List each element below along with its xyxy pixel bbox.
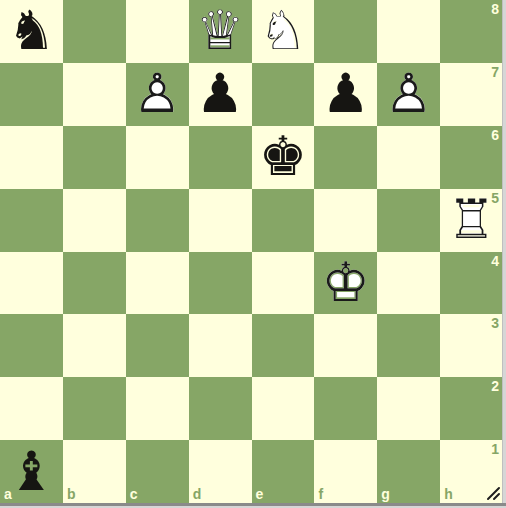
square-e6[interactable]: ♚ [252, 126, 315, 189]
square-e3[interactable] [252, 314, 315, 377]
square-b7[interactable] [63, 63, 126, 126]
square-e5[interactable] [252, 189, 315, 252]
square-g6[interactable] [377, 126, 440, 189]
square-d5[interactable] [189, 189, 252, 252]
square-e7[interactable] [252, 63, 315, 126]
square-f4[interactable]: ♚♔ [314, 252, 377, 315]
rank-label-7: 7 [491, 65, 499, 79]
square-d2[interactable] [189, 377, 252, 440]
black-king[interactable]: ♚ [252, 126, 315, 189]
file-label-g: g [381, 487, 390, 501]
square-c6[interactable] [126, 126, 189, 189]
black-bishop-glyph: ♝ [0, 440, 63, 503]
square-f8[interactable] [314, 0, 377, 63]
square-a6[interactable] [0, 126, 63, 189]
rank-label-8: 8 [491, 2, 499, 16]
square-g8[interactable] [377, 0, 440, 63]
square-d7[interactable]: ♟ [189, 63, 252, 126]
square-h1[interactable]: 1h [440, 440, 503, 503]
square-b4[interactable] [63, 252, 126, 315]
square-c3[interactable] [126, 314, 189, 377]
black-king-glyph: ♚ [252, 126, 315, 189]
white-knight-outline: ♘ [252, 0, 315, 63]
board-bottom-shadow [0, 503, 506, 508]
square-e4[interactable] [252, 252, 315, 315]
rank-label-3: 3 [491, 316, 499, 330]
white-pawn-outline: ♙ [377, 63, 440, 126]
square-e8[interactable]: ♞♘ [252, 0, 315, 63]
square-a1[interactable]: a♝ [0, 440, 63, 503]
white-rook-outline: ♖ [440, 189, 503, 252]
square-d1[interactable]: d [189, 440, 252, 503]
square-d4[interactable] [189, 252, 252, 315]
square-h3[interactable]: 3 [440, 314, 503, 377]
square-c8[interactable] [126, 0, 189, 63]
square-h7[interactable]: 7 [440, 63, 503, 126]
square-b3[interactable] [63, 314, 126, 377]
square-b8[interactable] [63, 0, 126, 63]
black-pawn-glyph: ♟ [314, 63, 377, 126]
black-knight[interactable]: ♞ [0, 0, 63, 63]
black-bishop[interactable]: ♝ [0, 440, 63, 503]
square-b1[interactable]: b [63, 440, 126, 503]
square-e1[interactable]: e [252, 440, 315, 503]
black-pawn[interactable]: ♟ [314, 63, 377, 126]
square-h4[interactable]: 4 [440, 252, 503, 315]
square-d6[interactable] [189, 126, 252, 189]
white-king[interactable]: ♚♔ [314, 252, 377, 315]
square-b2[interactable] [63, 377, 126, 440]
file-label-e: e [256, 487, 264, 501]
square-f3[interactable] [314, 314, 377, 377]
square-d8[interactable]: ♛♕ [189, 0, 252, 63]
square-h6[interactable]: 6 [440, 126, 503, 189]
square-c7[interactable]: ♟♙ [126, 63, 189, 126]
file-label-f: f [318, 487, 323, 501]
white-pawn[interactable]: ♟♙ [377, 63, 440, 126]
square-a3[interactable] [0, 314, 63, 377]
black-knight-glyph: ♞ [0, 0, 63, 63]
square-f7[interactable]: ♟ [314, 63, 377, 126]
square-g5[interactable] [377, 189, 440, 252]
square-g3[interactable] [377, 314, 440, 377]
white-rook[interactable]: ♜♖ [440, 189, 503, 252]
square-h5[interactable]: 5♜♖ [440, 189, 503, 252]
square-e2[interactable] [252, 377, 315, 440]
square-c2[interactable] [126, 377, 189, 440]
chess-board: ♞♛♕♞♘8♟♙♟♟♟♙7♚65♜♖♚♔432a♝bcdefg1h [0, 0, 503, 503]
square-g7[interactable]: ♟♙ [377, 63, 440, 126]
chess-app: ♞♛♕♞♘8♟♙♟♟♟♙7♚65♜♖♚♔432a♝bcdefg1h [0, 0, 506, 508]
square-g1[interactable]: g [377, 440, 440, 503]
square-a2[interactable] [0, 377, 63, 440]
square-c1[interactable]: c [126, 440, 189, 503]
square-f6[interactable] [314, 126, 377, 189]
square-f2[interactable] [314, 377, 377, 440]
square-c5[interactable] [126, 189, 189, 252]
board-right-edge [502, 0, 506, 503]
square-h8[interactable]: 8 [440, 0, 503, 63]
white-pawn[interactable]: ♟♙ [126, 63, 189, 126]
white-pawn-outline: ♙ [126, 63, 189, 126]
file-label-h: h [444, 487, 453, 501]
file-label-b: b [67, 487, 76, 501]
white-queen-outline: ♕ [189, 0, 252, 63]
rank-label-4: 4 [491, 254, 499, 268]
square-f5[interactable] [314, 189, 377, 252]
resize-handle-icon[interactable] [486, 486, 501, 501]
square-d3[interactable] [189, 314, 252, 377]
square-g4[interactable] [377, 252, 440, 315]
square-a8[interactable]: ♞ [0, 0, 63, 63]
square-g2[interactable] [377, 377, 440, 440]
white-queen[interactable]: ♛♕ [189, 0, 252, 63]
file-label-c: c [130, 487, 138, 501]
rank-label-2: 2 [491, 379, 499, 393]
white-knight[interactable]: ♞♘ [252, 0, 315, 63]
square-c4[interactable] [126, 252, 189, 315]
square-b5[interactable] [63, 189, 126, 252]
file-label-d: d [193, 487, 202, 501]
black-pawn[interactable]: ♟ [189, 63, 252, 126]
white-king-outline: ♔ [314, 252, 377, 315]
rank-label-1: 1 [491, 442, 499, 456]
square-a4[interactable] [0, 252, 63, 315]
rank-label-6: 6 [491, 128, 499, 142]
square-h2[interactable]: 2 [440, 377, 503, 440]
square-f1[interactable]: f [314, 440, 377, 503]
square-a5[interactable] [0, 189, 63, 252]
square-b6[interactable] [63, 126, 126, 189]
square-a7[interactable] [0, 63, 63, 126]
black-pawn-glyph: ♟ [189, 63, 252, 126]
